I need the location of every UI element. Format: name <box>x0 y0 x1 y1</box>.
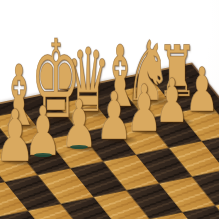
white-pawn-g2[interactable]: ♟ <box>0 100 35 172</box>
white-pawn-d2[interactable]: ♟ <box>96 84 133 150</box>
white-pawn-a2[interactable]: ♟ <box>185 59 219 120</box>
felt-base <box>34 153 52 157</box>
pieces-layer: ♝♚♛♝♞♜♟♟♟♟♟♟♟ <box>0 0 219 219</box>
chess-set-photo: ♝♚♛♝♞♜♟♟♟♟♟♟♟ <box>0 0 219 219</box>
felt-base <box>70 145 88 149</box>
